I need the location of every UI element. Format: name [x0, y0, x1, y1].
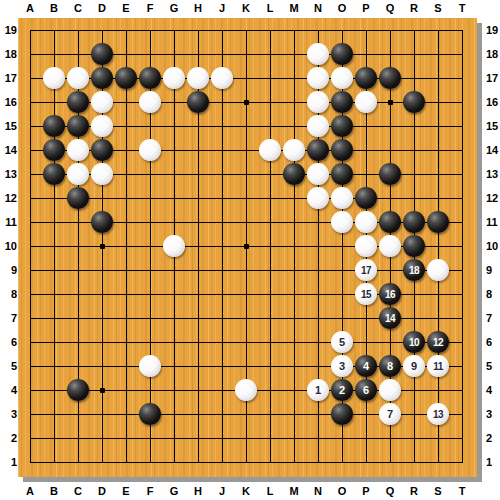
coord-label-bottom-P: P — [358, 484, 374, 498]
coord-label-right-6: 6 — [483, 335, 500, 349]
coord-label-top-P: P — [358, 1, 374, 15]
coord-label-top-M: M — [286, 1, 302, 15]
coord-label-left-16: 16 — [1, 95, 17, 109]
coord-label-right-10: 10 — [483, 239, 500, 253]
coord-label-right-2: 2 — [483, 431, 500, 445]
stone-white-N17 — [307, 67, 329, 89]
move-number-8: 8 — [379, 355, 401, 377]
stone-white-P11 — [355, 211, 377, 233]
coord-label-top-B: B — [46, 1, 62, 15]
grid-line-vertical — [294, 30, 295, 463]
coord-label-top-S: S — [430, 1, 446, 15]
stone-black-O16 — [331, 91, 353, 113]
coord-label-right-13: 13 — [483, 167, 500, 181]
move-number-16: 16 — [379, 283, 401, 305]
move-number-13: 13 — [427, 403, 449, 425]
stone-white-S9 — [427, 259, 449, 281]
star-point — [100, 244, 105, 249]
coord-label-top-Q: Q — [382, 1, 398, 15]
move-number-18: 18 — [403, 259, 425, 281]
coord-label-top-D: D — [94, 1, 110, 15]
stone-white-F5 — [139, 355, 161, 377]
star-point — [388, 100, 393, 105]
coord-label-right-9: 9 — [483, 263, 500, 277]
coord-label-right-8: 8 — [483, 287, 500, 301]
stone-black-S11 — [427, 211, 449, 233]
stone-black-O4: 2 — [331, 379, 353, 401]
coord-label-top-N: N — [310, 1, 326, 15]
stone-black-N14 — [307, 139, 329, 161]
stone-black-C4 — [67, 379, 89, 401]
stone-white-D13 — [91, 163, 113, 185]
stone-black-F3 — [139, 403, 161, 425]
coord-label-bottom-L: L — [262, 484, 278, 498]
coord-label-left-6: 6 — [1, 335, 17, 349]
move-number-10: 10 — [403, 331, 425, 353]
stone-black-C15 — [67, 115, 89, 137]
stone-white-C14 — [67, 139, 89, 161]
stone-black-D18 — [91, 43, 113, 65]
stone-black-O15 — [331, 115, 353, 137]
coord-label-right-15: 15 — [483, 119, 500, 133]
move-number-12: 12 — [427, 331, 449, 353]
stone-black-P4: 6 — [355, 379, 377, 401]
move-number-5: 5 — [331, 331, 353, 353]
coord-label-top-R: R — [406, 1, 422, 15]
move-number-3: 3 — [331, 355, 353, 377]
stone-black-E17 — [115, 67, 137, 89]
stone-white-O5: 3 — [331, 355, 353, 377]
stone-black-R11 — [403, 211, 425, 233]
stone-black-P5: 4 — [355, 355, 377, 377]
stone-white-O11 — [331, 211, 353, 233]
coord-label-left-13: 13 — [1, 167, 17, 181]
star-point — [100, 388, 105, 393]
move-number-2: 2 — [331, 379, 353, 401]
coord-label-bottom-M: M — [286, 484, 302, 498]
stone-white-P10 — [355, 235, 377, 257]
go-board[interactable]: 171815161451012348911126713 — [18, 18, 477, 477]
stone-white-H17 — [187, 67, 209, 89]
stone-black-R9: 18 — [403, 259, 425, 281]
stone-white-B17 — [43, 67, 65, 89]
stone-white-S3: 13 — [427, 403, 449, 425]
move-number-7: 7 — [379, 403, 401, 425]
grid-line-vertical — [462, 30, 463, 463]
stone-black-B15 — [43, 115, 65, 137]
coord-label-left-8: 8 — [1, 287, 17, 301]
stone-black-D17 — [91, 67, 113, 89]
coord-label-left-2: 2 — [1, 431, 17, 445]
stone-black-R10 — [403, 235, 425, 257]
stone-white-G10 — [163, 235, 185, 257]
coord-label-bottom-F: F — [142, 484, 158, 498]
coord-label-left-14: 14 — [1, 143, 17, 157]
coord-label-right-17: 17 — [483, 71, 500, 85]
move-number-9: 9 — [403, 355, 425, 377]
coord-label-right-4: 4 — [483, 383, 500, 397]
stone-white-O12 — [331, 187, 353, 209]
stone-white-Q3: 7 — [379, 403, 401, 425]
coord-label-left-15: 15 — [1, 119, 17, 133]
stone-black-M13 — [283, 163, 305, 185]
grid-line-horizontal — [30, 438, 463, 439]
coord-label-top-J: J — [214, 1, 230, 15]
stone-white-J17 — [211, 67, 233, 89]
coord-label-bottom-Q: Q — [382, 484, 398, 498]
stone-white-M14 — [283, 139, 305, 161]
coord-label-left-9: 9 — [1, 263, 17, 277]
coord-label-right-19: 19 — [483, 23, 500, 37]
move-number-6: 6 — [355, 379, 377, 401]
stone-white-F14 — [139, 139, 161, 161]
stone-white-K4 — [235, 379, 257, 401]
stone-black-D14 — [91, 139, 113, 161]
coord-label-left-19: 19 — [1, 23, 17, 37]
stone-white-L14 — [259, 139, 281, 161]
coord-label-bottom-K: K — [238, 484, 254, 498]
stone-black-O3 — [331, 403, 353, 425]
coord-label-bottom-J: J — [214, 484, 230, 498]
stone-white-N18 — [307, 43, 329, 65]
stone-black-B14 — [43, 139, 65, 161]
coord-label-right-7: 7 — [483, 311, 500, 325]
grid-line-horizontal — [30, 270, 463, 271]
coord-label-bottom-S: S — [430, 484, 446, 498]
stone-white-N13 — [307, 163, 329, 185]
stone-black-Q11 — [379, 211, 401, 233]
grid-line-horizontal — [30, 462, 463, 463]
coord-label-bottom-N: N — [310, 484, 326, 498]
move-number-1: 1 — [307, 379, 329, 401]
stone-black-C16 — [67, 91, 89, 113]
coord-label-bottom-C: C — [70, 484, 86, 498]
stone-black-Q5: 8 — [379, 355, 401, 377]
coord-label-left-18: 18 — [1, 47, 17, 61]
stone-white-G17 — [163, 67, 185, 89]
stone-white-N4: 1 — [307, 379, 329, 401]
stone-black-H16 — [187, 91, 209, 113]
stone-black-O13 — [331, 163, 353, 185]
coord-label-top-A: A — [22, 1, 38, 15]
coord-label-bottom-D: D — [94, 484, 110, 498]
stone-black-O18 — [331, 43, 353, 65]
stone-black-Q17 — [379, 67, 401, 89]
coord-label-left-3: 3 — [1, 407, 17, 421]
stone-black-Q13 — [379, 163, 401, 185]
stone-black-P17 — [355, 67, 377, 89]
stone-black-S6: 12 — [427, 331, 449, 353]
stone-black-F17 — [139, 67, 161, 89]
coord-label-left-10: 10 — [1, 239, 17, 253]
coord-label-right-11: 11 — [483, 215, 500, 229]
coord-label-left-5: 5 — [1, 359, 17, 373]
star-point — [244, 244, 249, 249]
grid-line-vertical — [438, 30, 439, 463]
coord-label-bottom-T: T — [454, 484, 470, 498]
stone-white-N12 — [307, 187, 329, 209]
coord-label-top-T: T — [454, 1, 470, 15]
coord-label-bottom-O: O — [334, 484, 350, 498]
coord-label-right-1: 1 — [483, 455, 500, 469]
stone-white-C17 — [67, 67, 89, 89]
star-point — [244, 100, 249, 105]
stone-white-O6: 5 — [331, 331, 353, 353]
stone-white-N15 — [307, 115, 329, 137]
coord-label-bottom-G: G — [166, 484, 182, 498]
move-number-15: 15 — [355, 283, 377, 305]
coord-label-top-O: O — [334, 1, 350, 15]
coord-label-left-1: 1 — [1, 455, 17, 469]
coord-label-bottom-B: B — [46, 484, 62, 498]
grid-line-vertical — [270, 30, 271, 463]
stone-black-R6: 10 — [403, 331, 425, 353]
stone-white-P8: 15 — [355, 283, 377, 305]
stone-white-D15 — [91, 115, 113, 137]
coord-label-top-K: K — [238, 1, 254, 15]
stone-white-F16 — [139, 91, 161, 113]
coord-label-top-G: G — [166, 1, 182, 15]
stone-white-O17 — [331, 67, 353, 89]
stone-white-P16 — [355, 91, 377, 113]
coord-label-top-L: L — [262, 1, 278, 15]
move-number-11: 11 — [427, 355, 449, 377]
grid-line-horizontal — [30, 342, 463, 343]
coord-label-left-11: 11 — [1, 215, 17, 229]
stone-white-C13 — [67, 163, 89, 185]
coord-label-top-H: H — [190, 1, 206, 15]
coord-label-bottom-E: E — [118, 484, 134, 498]
coord-label-right-18: 18 — [483, 47, 500, 61]
coord-label-top-C: C — [70, 1, 86, 15]
coord-label-bottom-A: A — [22, 484, 38, 498]
stone-black-D11 — [91, 211, 113, 233]
coord-label-bottom-R: R — [406, 484, 422, 498]
stone-black-Q7: 14 — [379, 307, 401, 329]
coord-label-bottom-H: H — [190, 484, 206, 498]
coord-label-left-12: 12 — [1, 191, 17, 205]
coord-label-right-5: 5 — [483, 359, 500, 373]
stone-white-D16 — [91, 91, 113, 113]
move-number-4: 4 — [355, 355, 377, 377]
go-game-screenshot: 171815161451012348911126713 AABBCCDDEEFF… — [0, 0, 500, 500]
stone-black-B13 — [43, 163, 65, 185]
coord-label-left-7: 7 — [1, 311, 17, 325]
coord-label-right-16: 16 — [483, 95, 500, 109]
stone-white-P9: 17 — [355, 259, 377, 281]
stone-white-Q4 — [379, 379, 401, 401]
stone-black-P12 — [355, 187, 377, 209]
stone-white-N16 — [307, 91, 329, 113]
coord-label-right-14: 14 — [483, 143, 500, 157]
stone-black-R16 — [403, 91, 425, 113]
stone-white-S5: 11 — [427, 355, 449, 377]
move-number-14: 14 — [379, 307, 401, 329]
coord-label-top-F: F — [142, 1, 158, 15]
stone-black-O14 — [331, 139, 353, 161]
coord-label-left-4: 4 — [1, 383, 17, 397]
stone-white-Q10 — [379, 235, 401, 257]
coord-label-top-E: E — [118, 1, 134, 15]
coord-label-right-12: 12 — [483, 191, 500, 205]
stone-black-Q8: 16 — [379, 283, 401, 305]
move-number-17: 17 — [355, 259, 377, 281]
stone-white-R5: 9 — [403, 355, 425, 377]
coord-label-left-17: 17 — [1, 71, 17, 85]
coord-label-right-3: 3 — [483, 407, 500, 421]
stone-black-C12 — [67, 187, 89, 209]
